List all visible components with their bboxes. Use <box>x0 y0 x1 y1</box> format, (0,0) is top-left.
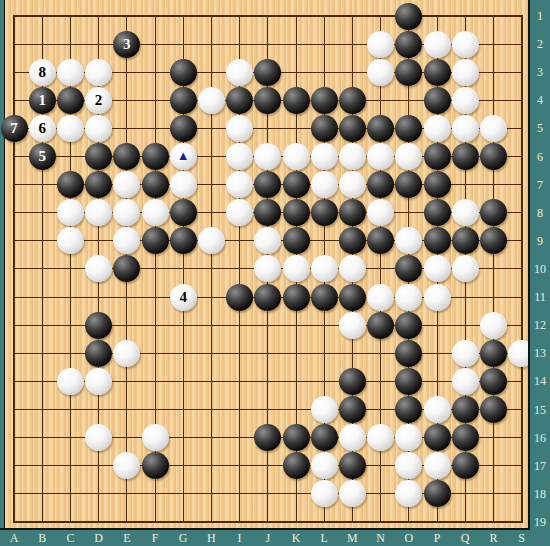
black-stone[interactable] <box>170 199 197 226</box>
row-label: 10 <box>530 262 550 276</box>
black-stone[interactable] <box>424 171 451 198</box>
white-stone[interactable] <box>424 31 451 58</box>
black-stone[interactable] <box>452 424 479 451</box>
black-stone[interactable] <box>254 59 281 86</box>
white-stone[interactable] <box>367 59 394 86</box>
white-stone[interactable]: 6 <box>29 115 56 142</box>
white-stone[interactable] <box>452 368 479 395</box>
column-label: M <box>344 531 360 545</box>
black-stone[interactable] <box>480 396 507 423</box>
white-stone[interactable] <box>452 340 479 367</box>
black-stone[interactable] <box>142 227 169 254</box>
black-stone[interactable] <box>480 199 507 226</box>
column-label: H <box>203 531 219 545</box>
white-stone[interactable] <box>85 59 112 86</box>
row-label: 4 <box>530 93 550 107</box>
black-stone[interactable] <box>395 3 422 30</box>
white-stone[interactable] <box>480 115 507 142</box>
column-label: I <box>232 531 248 545</box>
black-stone[interactable] <box>170 227 197 254</box>
white-stone[interactable]: ▲ <box>170 143 197 170</box>
white-stone[interactable] <box>311 255 338 282</box>
black-stone[interactable] <box>480 340 507 367</box>
black-stone[interactable] <box>170 59 197 86</box>
row-label: 17 <box>530 459 550 473</box>
white-stone[interactable] <box>85 115 112 142</box>
white-stone[interactable] <box>452 115 479 142</box>
row-label: 12 <box>530 318 550 332</box>
row-label: 6 <box>530 150 550 164</box>
white-stone[interactable] <box>311 452 338 479</box>
white-stone[interactable] <box>57 199 84 226</box>
white-stone[interactable] <box>452 31 479 58</box>
row-label: 16 <box>530 431 550 445</box>
white-stone[interactable] <box>226 115 253 142</box>
row-label: 3 <box>530 65 550 79</box>
white-stone[interactable] <box>142 424 169 451</box>
black-stone[interactable] <box>395 31 422 58</box>
white-stone[interactable] <box>142 199 169 226</box>
white-stone[interactable] <box>424 115 451 142</box>
black-stone[interactable] <box>311 424 338 451</box>
black-stone[interactable] <box>339 284 366 311</box>
white-stone[interactable] <box>170 171 197 198</box>
grid-line-vertical <box>521 15 523 523</box>
black-stone[interactable] <box>452 227 479 254</box>
black-stone[interactable] <box>452 143 479 170</box>
white-stone[interactable] <box>198 87 225 114</box>
black-stone[interactable] <box>254 87 281 114</box>
white-stone[interactable] <box>452 199 479 226</box>
black-stone[interactable] <box>283 227 310 254</box>
black-stone[interactable] <box>480 143 507 170</box>
black-stone[interactable] <box>339 396 366 423</box>
black-stone[interactable] <box>339 87 366 114</box>
black-stone[interactable] <box>57 87 84 114</box>
black-stone[interactable] <box>339 368 366 395</box>
move-number-label: 5 <box>29 143 56 170</box>
row-label: 2 <box>530 37 550 51</box>
white-stone[interactable] <box>57 59 84 86</box>
row-label: 19 <box>530 515 550 529</box>
black-stone[interactable] <box>85 143 112 170</box>
white-stone[interactable] <box>424 396 451 423</box>
white-stone[interactable]: 4 <box>170 284 197 311</box>
move-number-label: 3 <box>113 31 140 58</box>
white-stone[interactable] <box>452 255 479 282</box>
black-stone[interactable] <box>452 396 479 423</box>
white-stone[interactable] <box>85 368 112 395</box>
row-label: 14 <box>530 374 550 388</box>
white-stone[interactable] <box>113 340 140 367</box>
column-label: L <box>316 531 332 545</box>
black-stone[interactable] <box>424 227 451 254</box>
white-stone[interactable] <box>424 452 451 479</box>
white-stone[interactable] <box>311 480 338 507</box>
column-label: A <box>6 531 22 545</box>
row-label: 1 <box>530 9 550 23</box>
column-label: J <box>260 531 276 545</box>
white-stone[interactable] <box>311 143 338 170</box>
white-stone[interactable] <box>367 284 394 311</box>
black-stone[interactable] <box>85 340 112 367</box>
black-stone[interactable] <box>170 115 197 142</box>
left-border-line <box>4 0 5 530</box>
black-stone[interactable] <box>311 199 338 226</box>
row-label: 5 <box>530 121 550 135</box>
white-stone[interactable] <box>226 59 253 86</box>
move-number-label: 1 <box>29 87 56 114</box>
black-stone[interactable] <box>395 59 422 86</box>
white-stone[interactable] <box>339 424 366 451</box>
black-stone[interactable] <box>424 424 451 451</box>
column-label: G <box>175 531 191 545</box>
white-stone[interactable] <box>283 255 310 282</box>
white-stone[interactable] <box>339 312 366 339</box>
row-label: 7 <box>530 178 550 192</box>
white-stone[interactable] <box>339 171 366 198</box>
black-stone[interactable] <box>283 284 310 311</box>
white-stone[interactable] <box>339 143 366 170</box>
black-stone[interactable] <box>283 171 310 198</box>
black-stone[interactable] <box>170 87 197 114</box>
black-stone[interactable] <box>424 87 451 114</box>
column-label: Q <box>457 531 473 545</box>
black-stone[interactable]: 3 <box>113 31 140 58</box>
black-stone[interactable] <box>142 171 169 198</box>
black-stone[interactable] <box>395 340 422 367</box>
white-stone[interactable] <box>424 255 451 282</box>
move-number-label: 2 <box>85 87 112 114</box>
column-label: S <box>514 531 530 545</box>
black-stone[interactable] <box>339 115 366 142</box>
column-label: O <box>401 531 417 545</box>
white-stone[interactable] <box>367 31 394 58</box>
white-stone[interactable] <box>424 284 451 311</box>
column-label: D <box>91 531 107 545</box>
white-stone[interactable] <box>311 171 338 198</box>
go-board-window: ABCDEFGHIJKLMNOPQRS123456789101112131415… <box>0 0 550 546</box>
black-stone[interactable] <box>452 452 479 479</box>
column-label: P <box>429 531 445 545</box>
white-stone[interactable] <box>57 368 84 395</box>
black-stone[interactable]: 7 <box>1 115 28 142</box>
black-stone[interactable] <box>339 452 366 479</box>
white-stone[interactable] <box>57 115 84 142</box>
black-stone[interactable] <box>142 143 169 170</box>
move-number-label: 4 <box>170 284 197 311</box>
column-label: K <box>288 531 304 545</box>
white-stone[interactable] <box>226 143 253 170</box>
white-stone[interactable] <box>452 87 479 114</box>
column-label: R <box>485 531 501 545</box>
white-stone[interactable] <box>395 284 422 311</box>
black-stone[interactable] <box>226 284 253 311</box>
row-label: 11 <box>530 290 550 304</box>
black-stone[interactable] <box>424 59 451 86</box>
white-stone[interactable]: 8 <box>29 59 56 86</box>
black-stone[interactable] <box>424 143 451 170</box>
grid-line-vertical <box>493 15 494 523</box>
move-number-label: 8 <box>29 59 56 86</box>
column-label: B <box>34 531 50 545</box>
white-stone[interactable] <box>283 143 310 170</box>
move-number-label: 7 <box>1 115 28 142</box>
black-stone[interactable] <box>254 284 281 311</box>
black-stone[interactable] <box>395 312 422 339</box>
black-stone[interactable] <box>424 199 451 226</box>
black-stone[interactable] <box>367 312 394 339</box>
white-stone[interactable]: 2 <box>85 87 112 114</box>
row-label: 8 <box>530 206 550 220</box>
row-label: 13 <box>530 346 550 360</box>
black-stone[interactable] <box>283 199 310 226</box>
row-label: 9 <box>530 234 550 248</box>
black-stone[interactable] <box>283 452 310 479</box>
black-stone[interactable] <box>480 368 507 395</box>
column-label: N <box>373 531 389 545</box>
move-number-label: 6 <box>29 115 56 142</box>
column-label: E <box>119 531 135 545</box>
black-stone[interactable]: 1 <box>29 87 56 114</box>
white-stone[interactable] <box>452 59 479 86</box>
white-stone[interactable] <box>367 143 394 170</box>
column-label: F <box>147 531 163 545</box>
column-label: C <box>62 531 78 545</box>
grid-line-horizontal <box>13 521 523 523</box>
white-stone[interactable] <box>311 396 338 423</box>
black-stone[interactable] <box>339 199 366 226</box>
black-stone[interactable] <box>226 87 253 114</box>
black-stone[interactable]: 5 <box>29 143 56 170</box>
black-stone[interactable] <box>367 115 394 142</box>
black-stone[interactable] <box>85 312 112 339</box>
black-stone[interactable] <box>311 87 338 114</box>
triangle-marker-icon: ▲ <box>170 142 197 169</box>
row-label: 18 <box>530 487 550 501</box>
black-stone[interactable] <box>311 115 338 142</box>
black-stone[interactable] <box>142 452 169 479</box>
white-stone[interactable] <box>480 312 507 339</box>
black-stone[interactable] <box>283 424 310 451</box>
black-stone[interactable] <box>311 284 338 311</box>
row-label: 15 <box>530 403 550 417</box>
black-stone[interactable] <box>283 87 310 114</box>
black-stone[interactable] <box>424 480 451 507</box>
black-stone[interactable] <box>57 171 84 198</box>
